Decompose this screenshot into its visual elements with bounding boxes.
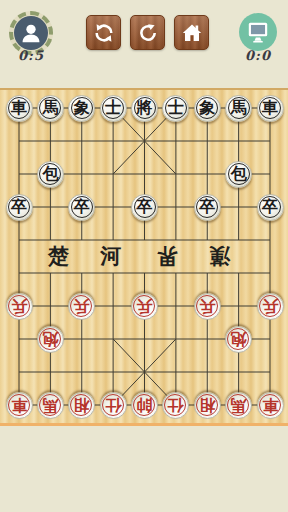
piece-black-elephant[interactable]: 象: [194, 95, 221, 122]
piece-label: 包: [42, 166, 58, 182]
home-icon: [180, 21, 204, 45]
piece-black-advisor[interactable]: 士: [162, 95, 189, 122]
piece-label: 兵: [262, 298, 278, 314]
piece-label: 卒: [11, 199, 27, 215]
piece-label: 卒: [74, 199, 90, 215]
piece-label: 包: [231, 166, 247, 182]
river-text-han-jie: 漢 界: [158, 242, 242, 270]
piece-label: 仕: [105, 397, 121, 413]
piece-red-cannon[interactable]: 炮: [225, 326, 252, 353]
person-icon: [14, 16, 48, 50]
piece-label: 兵: [11, 298, 27, 314]
piece-black-horse[interactable]: 馬: [225, 95, 252, 122]
piece-red-chariot[interactable]: 車: [6, 392, 33, 419]
home-button[interactable]: [174, 15, 209, 50]
piece-label: 卒: [262, 199, 278, 215]
river-text-chu-he: 楚 河: [36, 242, 120, 270]
piece-label: 馬: [42, 397, 58, 413]
undo-arrow-icon: [136, 21, 160, 45]
piece-red-soldier[interactable]: 兵: [257, 293, 284, 320]
piece-label: 馬: [231, 100, 247, 116]
piece-label: 炮: [231, 331, 247, 347]
piece-red-soldier[interactable]: 兵: [6, 293, 33, 320]
piece-black-chariot[interactable]: 車: [257, 95, 284, 122]
piece-label: 相: [199, 397, 215, 413]
piece-label: 仕: [168, 397, 184, 413]
piece-red-horse[interactable]: 馬: [37, 392, 64, 419]
piece-red-advisor[interactable]: 仕: [162, 392, 189, 419]
piece-label: 卒: [199, 199, 215, 215]
swap-arrows-icon: [92, 21, 116, 45]
piece-label: 相: [74, 397, 90, 413]
piece-label: 帥: [137, 397, 153, 413]
piece-label: 馬: [231, 397, 247, 413]
piece-red-general[interactable]: 帥: [131, 392, 158, 419]
player-timer: 0:5: [0, 48, 62, 63]
piece-label: 炮: [42, 331, 58, 347]
piece-label: 兵: [137, 298, 153, 314]
piece-black-cannon[interactable]: 包: [225, 161, 252, 188]
piece-label: 馬: [42, 100, 58, 116]
piece-black-soldier[interactable]: 卒: [194, 194, 221, 221]
piece-red-soldier[interactable]: 兵: [68, 293, 95, 320]
piece-label: 士: [168, 100, 184, 116]
piece-label: 車: [262, 100, 278, 116]
flip-board-button[interactable]: [86, 15, 121, 50]
piece-black-cannon[interactable]: 包: [37, 161, 64, 188]
piece-label: 士: [105, 100, 121, 116]
piece-label: 將: [137, 100, 153, 116]
computer-avatar: [239, 13, 277, 51]
computer-icon: [245, 19, 271, 45]
piece-black-soldier[interactable]: 卒: [68, 194, 95, 221]
piece-red-elephant[interactable]: 相: [68, 392, 95, 419]
undo-button[interactable]: [130, 15, 165, 50]
xiangqi-board[interactable]: 楚 河 漢 界 車馬象士將士象馬車包包卒卒卒卒卒兵兵兵兵兵炮炮車馬相仕帥仕相馬車: [0, 88, 288, 426]
piece-red-elephant[interactable]: 相: [194, 392, 221, 419]
piece-label: 車: [262, 397, 278, 413]
piece-black-elephant[interactable]: 象: [68, 95, 95, 122]
piece-label: 卒: [137, 199, 153, 215]
piece-black-soldier[interactable]: 卒: [257, 194, 284, 221]
piece-black-advisor[interactable]: 士: [100, 95, 127, 122]
piece-label: 車: [11, 100, 27, 116]
piece-red-cannon[interactable]: 炮: [37, 326, 64, 353]
piece-red-horse[interactable]: 馬: [225, 392, 252, 419]
piece-black-horse[interactable]: 馬: [37, 95, 64, 122]
piece-red-soldier[interactable]: 兵: [131, 293, 158, 320]
piece-label: 兵: [74, 298, 90, 314]
piece-red-soldier[interactable]: 兵: [194, 293, 221, 320]
piece-label: 兵: [199, 298, 215, 314]
piece-label: 象: [74, 100, 90, 116]
piece-red-advisor[interactable]: 仕: [100, 392, 127, 419]
piece-black-chariot[interactable]: 車: [6, 95, 33, 122]
piece-label: 象: [199, 100, 215, 116]
opponent-timer: 0:0: [228, 48, 288, 63]
piece-black-soldier[interactable]: 卒: [6, 194, 33, 221]
app-background: { "game": "xiangqi", "top_bar": { "playe…: [0, 0, 288, 512]
piece-black-soldier[interactable]: 卒: [131, 194, 158, 221]
piece-black-general[interactable]: 將: [131, 95, 158, 122]
piece-red-chariot[interactable]: 車: [257, 392, 284, 419]
piece-label: 車: [11, 397, 27, 413]
